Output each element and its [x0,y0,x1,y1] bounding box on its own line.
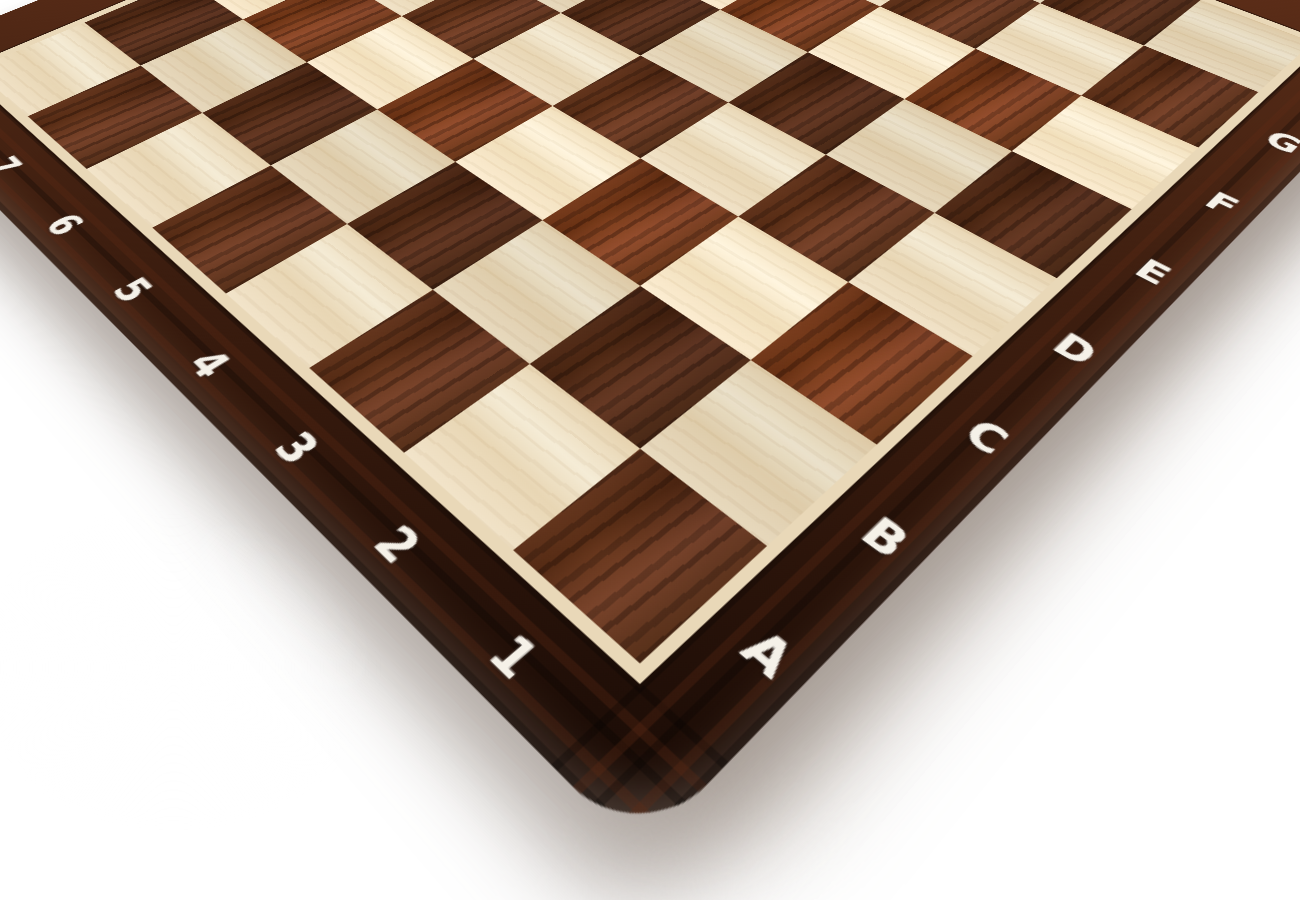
photo-canvas: ABCDEFGH12345678 [0,0,1300,900]
chess-board: ABCDEFGH12345678 [0,0,1300,854]
